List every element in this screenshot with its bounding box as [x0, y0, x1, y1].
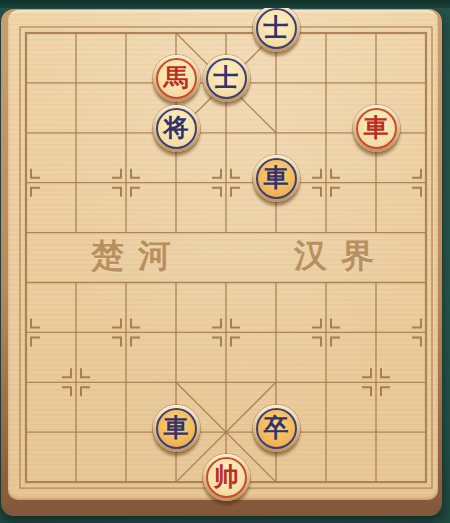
red-piece-face: 帅: [206, 457, 247, 498]
piece-black-soldier[interactable]: 卒: [253, 405, 300, 452]
black-piece-face: 車: [156, 408, 197, 449]
piece-black-advisor-1[interactable]: 士: [253, 5, 300, 52]
piece-black-advisor-2[interactable]: 士: [203, 55, 250, 102]
background-top-strip: [0, 0, 450, 8]
piece-character: 車: [164, 415, 189, 440]
black-piece-face: 士: [206, 58, 247, 99]
black-piece-face: 将: [156, 108, 197, 149]
piece-character: 士: [214, 65, 239, 90]
piece-character: 帅: [214, 464, 239, 489]
red-piece-face: 車: [356, 108, 397, 149]
piece-character: 卒: [264, 415, 289, 440]
piece-black-chariot-1[interactable]: 車: [253, 155, 300, 202]
black-piece-face: 士: [256, 8, 297, 49]
piece-red-chariot[interactable]: 車: [353, 105, 400, 152]
piece-black-chariot-2[interactable]: 車: [153, 405, 200, 452]
piece-character: 将: [164, 115, 189, 140]
red-piece-face: 馬: [156, 58, 197, 99]
piece-character: 士: [264, 15, 289, 40]
pieces-layer: 士馬士将車車車卒帅: [1, 8, 450, 507]
piece-character: 車: [364, 115, 389, 140]
piece-red-horse[interactable]: 馬: [153, 55, 200, 102]
piece-red-general[interactable]: 帅: [203, 454, 250, 501]
xiangqi-game-screen: 楚河 汉界 士馬士将車車車卒帅: [0, 0, 450, 523]
piece-character: 車: [264, 165, 289, 190]
black-piece-face: 車: [256, 158, 297, 199]
black-piece-face: 卒: [256, 408, 297, 449]
piece-character: 馬: [164, 65, 189, 90]
piece-black-general[interactable]: 将: [153, 105, 200, 152]
